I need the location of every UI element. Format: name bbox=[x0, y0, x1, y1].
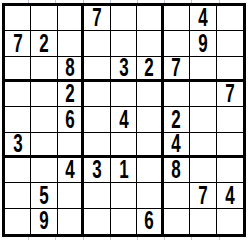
cell-r2c4[interactable] bbox=[84, 31, 110, 56]
cell-r2c6[interactable] bbox=[137, 31, 163, 56]
cell-r4c2[interactable] bbox=[31, 82, 57, 107]
given-digit: 9 bbox=[39, 209, 48, 234]
given-digit: 4 bbox=[225, 183, 234, 208]
given-digit: 2 bbox=[144, 57, 153, 81]
cell-r4c9[interactable]: 7 bbox=[217, 82, 243, 107]
given-digit: 4 bbox=[198, 6, 207, 31]
cell-r4c3[interactable]: 2 bbox=[58, 82, 84, 107]
cell-r5c1[interactable] bbox=[5, 107, 31, 132]
cell-r8c9[interactable]: 4 bbox=[217, 183, 243, 208]
cell-r4c8[interactable] bbox=[190, 82, 216, 107]
cell-r3c6[interactable]: 2 bbox=[137, 57, 163, 82]
cell-r5c7[interactable]: 2 bbox=[164, 107, 190, 132]
cell-r2c9[interactable] bbox=[217, 31, 243, 56]
cell-r1c4[interactable]: 7 bbox=[84, 6, 110, 31]
cell-r8c7[interactable] bbox=[164, 183, 190, 208]
cell-r8c6[interactable] bbox=[137, 183, 163, 208]
cell-r8c2[interactable]: 5 bbox=[31, 183, 57, 208]
cell-r5c5[interactable]: 4 bbox=[111, 107, 137, 132]
cell-r7c2[interactable] bbox=[31, 158, 57, 183]
cell-r3c9[interactable] bbox=[217, 57, 243, 82]
cell-r8c4[interactable] bbox=[84, 183, 110, 208]
given-digit: 4 bbox=[172, 133, 181, 157]
cell-r8c8[interactable]: 7 bbox=[190, 183, 216, 208]
cell-r9c7[interactable] bbox=[164, 209, 190, 234]
given-digit: 8 bbox=[172, 158, 181, 183]
cell-r1c3[interactable] bbox=[58, 6, 84, 31]
cell-r1c5[interactable] bbox=[111, 6, 137, 31]
cell-r6c9[interactable] bbox=[217, 133, 243, 158]
given-digit: 8 bbox=[65, 57, 74, 81]
cell-r6c2[interactable] bbox=[31, 133, 57, 158]
cell-r8c5[interactable] bbox=[111, 183, 137, 208]
given-digit: 7 bbox=[13, 31, 22, 56]
cell-r7c8[interactable] bbox=[190, 158, 216, 183]
cell-r9c4[interactable] bbox=[84, 209, 110, 234]
cell-r6c4[interactable] bbox=[84, 133, 110, 158]
cell-r4c1[interactable] bbox=[5, 82, 31, 107]
cell-r6c6[interactable] bbox=[137, 133, 163, 158]
given-digit: 3 bbox=[119, 57, 128, 81]
cell-r7c5[interactable]: 1 bbox=[111, 158, 137, 183]
cell-r9c9[interactable] bbox=[217, 209, 243, 234]
cell-r9c8[interactable] bbox=[190, 209, 216, 234]
given-digit: 2 bbox=[39, 31, 48, 56]
cell-r4c6[interactable] bbox=[137, 82, 163, 107]
cell-r1c9[interactable] bbox=[217, 6, 243, 31]
given-digit: 1 bbox=[119, 158, 128, 183]
cell-r7c1[interactable] bbox=[5, 158, 31, 183]
cell-r2c5[interactable] bbox=[111, 31, 137, 56]
cell-r3c8[interactable] bbox=[190, 57, 216, 82]
cell-r5c3[interactable]: 6 bbox=[58, 107, 84, 132]
cell-r9c6[interactable]: 6 bbox=[137, 209, 163, 234]
cell-r3c5[interactable]: 3 bbox=[111, 57, 137, 82]
cell-r6c8[interactable] bbox=[190, 133, 216, 158]
cell-r7c3[interactable]: 4 bbox=[58, 158, 84, 183]
cell-r7c4[interactable]: 3 bbox=[84, 158, 110, 183]
cell-r9c1[interactable] bbox=[5, 209, 31, 234]
cell-r3c7[interactable]: 7 bbox=[164, 57, 190, 82]
cell-r7c6[interactable] bbox=[137, 158, 163, 183]
given-digit: 4 bbox=[119, 107, 128, 132]
given-digit: 7 bbox=[225, 82, 234, 107]
given-digit: 9 bbox=[198, 31, 207, 56]
cell-r1c7[interactable] bbox=[164, 6, 190, 31]
cell-r6c7[interactable]: 4 bbox=[164, 133, 190, 158]
given-digit: 6 bbox=[65, 107, 74, 132]
given-digit: 7 bbox=[92, 6, 101, 31]
cell-r8c3[interactable] bbox=[58, 183, 84, 208]
cell-r7c9[interactable] bbox=[217, 158, 243, 183]
cell-r3c3[interactable]: 8 bbox=[58, 57, 84, 82]
sudoku-page: 7472983272764234431857496 bbox=[0, 0, 248, 240]
cell-r5c8[interactable] bbox=[190, 107, 216, 132]
given-digit: 2 bbox=[65, 82, 74, 107]
cell-r2c8[interactable]: 9 bbox=[190, 31, 216, 56]
cell-r5c6[interactable] bbox=[137, 107, 163, 132]
given-digit: 5 bbox=[39, 183, 48, 208]
cell-r7c7[interactable]: 8 bbox=[164, 158, 190, 183]
cell-r2c2[interactable]: 2 bbox=[31, 31, 57, 56]
given-digit: 7 bbox=[172, 57, 181, 81]
cell-r1c8[interactable]: 4 bbox=[190, 6, 216, 31]
given-digit: 3 bbox=[13, 133, 22, 157]
cell-r2c7[interactable] bbox=[164, 31, 190, 56]
cell-r6c5[interactable] bbox=[111, 133, 137, 158]
given-digit: 6 bbox=[144, 209, 153, 234]
cell-r4c7[interactable] bbox=[164, 82, 190, 107]
cell-r6c1[interactable]: 3 bbox=[5, 133, 31, 158]
cell-r9c3[interactable] bbox=[58, 209, 84, 234]
cell-r5c2[interactable] bbox=[31, 107, 57, 132]
given-digit: 2 bbox=[172, 107, 181, 132]
cell-r4c5[interactable] bbox=[111, 82, 137, 107]
given-digit: 3 bbox=[92, 158, 101, 183]
cell-r1c6[interactable] bbox=[137, 6, 163, 31]
cell-r3c1[interactable] bbox=[5, 57, 31, 82]
cell-r6c3[interactable] bbox=[58, 133, 84, 158]
cell-r9c2[interactable]: 9 bbox=[31, 209, 57, 234]
cell-r2c3[interactable] bbox=[58, 31, 84, 56]
given-digit: 7 bbox=[198, 183, 207, 208]
cell-r8c1[interactable] bbox=[5, 183, 31, 208]
cell-r1c1[interactable] bbox=[5, 6, 31, 31]
cell-r5c9[interactable] bbox=[217, 107, 243, 132]
cell-r1c2[interactable] bbox=[31, 6, 57, 31]
cell-r2c1[interactable]: 7 bbox=[5, 31, 31, 56]
sudoku-grid: 7472983272764234431857496 bbox=[2, 3, 246, 237]
cell-r9c5[interactable] bbox=[111, 209, 137, 234]
given-digit: 4 bbox=[65, 158, 74, 183]
cell-r5c4[interactable] bbox=[84, 107, 110, 132]
cell-r3c2[interactable] bbox=[31, 57, 57, 82]
cell-r4c4[interactable] bbox=[84, 82, 110, 107]
cell-r3c4[interactable] bbox=[84, 57, 110, 82]
